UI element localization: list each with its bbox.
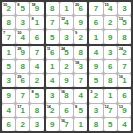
cell-r7-c2[interactable]: 7: [16, 89, 29, 102]
cell-digit: 4: [35, 63, 39, 71]
cell-r3-c8[interactable]: 9: [104, 30, 117, 43]
cell-r6-c2[interactable]: 296: [16, 74, 29, 87]
cell-r6-c8[interactable]: 8: [104, 74, 117, 87]
cell-digit: 5: [50, 34, 54, 42]
cell-r6-c1[interactable]: 3: [2, 74, 15, 87]
cell-digit: 3: [50, 92, 54, 100]
cell-r5-c8[interactable]: 6: [104, 60, 117, 73]
cell-digit: 3: [122, 5, 126, 13]
cell-r9-c2[interactable]: 2: [16, 118, 29, 131]
cell-digit: 1: [108, 92, 112, 100]
cell-digit: 9: [6, 92, 10, 100]
cell-r2-c1[interactable]: 8: [2, 16, 15, 29]
box-6: 4324296758161: [89, 46, 131, 88]
cell-digit: 7: [78, 77, 82, 85]
cell-r1-c1[interactable]: 102: [2, 2, 15, 15]
cell-digit: 3: [6, 77, 10, 85]
cell-r5-c2[interactable]: 8: [16, 60, 29, 73]
cell-digit: 7: [35, 49, 39, 57]
cell-r2-c7[interactable]: 6: [89, 16, 102, 29]
cage-sum: 24: [61, 46, 65, 51]
cell-digit: 7: [108, 107, 112, 115]
cell-digit: 2: [108, 19, 112, 27]
cell-digit: 8: [35, 107, 39, 115]
cell-digit: 3: [94, 107, 98, 115]
cell-r4-c4[interactable]: 116: [46, 46, 59, 59]
cage-sum: 15: [105, 2, 109, 7]
cage-sum: 20: [75, 2, 79, 7]
cell-digit: 1: [78, 121, 82, 129]
cell-r8-c3[interactable]: 8: [30, 104, 43, 117]
cell-r8-c9[interactable]: 139: [118, 104, 131, 117]
cell-r3-c1[interactable]: 77: [2, 30, 15, 43]
cell-digit: 1: [21, 107, 25, 115]
cell-r7-c9[interactable]: 6: [118, 89, 131, 102]
cell-r1-c2[interactable]: 85: [16, 2, 29, 15]
box-1: 102851898381771046: [2, 2, 44, 44]
cell-digit: 6: [122, 92, 126, 100]
cell-r1-c3[interactable]: 189: [30, 2, 43, 15]
cell-digit: 1: [50, 63, 54, 71]
cage-sum: 12: [105, 104, 109, 109]
cage-sum: 18: [75, 60, 79, 65]
cell-r6-c3[interactable]: 2: [30, 74, 43, 87]
box-5: 116245812183497: [46, 46, 88, 88]
cell-r4-c9[interactable]: 242: [118, 46, 131, 59]
cage-sum: 8: [31, 89, 33, 94]
cell-digit: 4: [78, 92, 82, 100]
cell-r4-c5[interactable]: 245: [60, 46, 73, 59]
cell-digit: 2: [35, 77, 39, 85]
box-9: 32163127139854: [89, 89, 131, 131]
cell-digit: 8: [78, 49, 82, 57]
cage-sum: 8: [31, 16, 33, 21]
cage-sum: 16: [61, 89, 65, 94]
cell-r7-c1[interactable]: 9: [2, 89, 15, 102]
cell-digit: 2: [94, 92, 98, 100]
cell-digit: 3: [64, 34, 68, 42]
cell-r2-c4[interactable]: 7: [46, 16, 59, 29]
cell-r1-c9[interactable]: 3: [118, 2, 131, 15]
cell-digit: 7: [21, 92, 25, 100]
cell-r9-c9[interactable]: 4: [118, 118, 131, 131]
cell-digit: 9: [78, 19, 82, 27]
cell-digit: 2: [64, 63, 68, 71]
cell-digit: 9: [35, 5, 39, 13]
cage-sum: 3: [90, 89, 92, 94]
cell-digit: 8: [108, 77, 112, 85]
cell-digit: 3: [21, 19, 25, 27]
cell-digit: 1: [35, 19, 39, 27]
cell-r9-c7[interactable]: 8: [89, 118, 102, 131]
cell-r1-c8[interactable]: 154: [104, 2, 117, 15]
cage-sum: 8: [75, 104, 77, 109]
cell-r1-c6[interactable]: 206: [74, 2, 87, 15]
cell-r7-c8[interactable]: 1: [104, 89, 117, 102]
cell-digit: 2: [78, 34, 82, 42]
cell-digit: 6: [108, 63, 112, 71]
cell-digit: 8: [6, 19, 10, 27]
cell-digit: 7: [6, 34, 10, 42]
box-7: 978541718623: [2, 89, 44, 131]
killer-sudoku-board: 1028518983817710468120671249539271543621…: [0, 0, 133, 133]
cell-r7-c7[interactable]: 32: [89, 89, 102, 102]
cell-r5-c5[interactable]: 2: [60, 60, 73, 73]
cell-r1-c5[interactable]: 1: [60, 2, 73, 15]
cell-r9-c8[interactable]: 5: [104, 118, 117, 131]
cell-digit: 3: [35, 121, 39, 129]
cell-r3-c9[interactable]: 8: [118, 30, 131, 43]
cage-sum: 11: [47, 46, 51, 51]
box-8: 3168414268591671: [46, 89, 88, 131]
cage-sum: 13: [119, 104, 123, 109]
cell-r4-c1[interactable]: 1: [2, 46, 15, 59]
cell-r6-c4[interactable]: 4: [46, 74, 59, 87]
cell-digit: 3: [108, 49, 112, 57]
cell-digit: 6: [21, 77, 25, 85]
cell-r5-c4[interactable]: 1: [46, 60, 59, 73]
cell-digit: 4: [108, 5, 112, 13]
cell-r8-c8[interactable]: 127: [104, 104, 117, 117]
cell-r1-c7[interactable]: 7: [89, 2, 102, 15]
cell-r7-c6[interactable]: 4: [74, 89, 87, 102]
cell-r4-c8[interactable]: 3: [104, 46, 117, 59]
cage-sum: 13: [119, 16, 123, 21]
cell-digit: 6: [94, 19, 98, 27]
cell-digit: 4: [50, 77, 54, 85]
cell-r4-c3[interactable]: 7: [30, 46, 43, 59]
cage-sum: 10: [3, 2, 7, 7]
cell-r2-c5[interactable]: 124: [60, 16, 73, 29]
cell-digit: 6: [64, 107, 68, 115]
cell-digit: 9: [50, 121, 54, 129]
cell-digit: 6: [35, 34, 39, 42]
cell-r8-c6[interactable]: 85: [74, 104, 87, 117]
cell-r3-c4[interactable]: 5: [46, 30, 59, 43]
cell-r6-c6[interactable]: 7: [74, 74, 87, 87]
cage-sum: 18: [31, 2, 35, 7]
box-4: 1289758432962: [2, 46, 44, 88]
cell-digit: 4: [6, 107, 10, 115]
cell-r7-c3[interactable]: 85: [30, 89, 43, 102]
cell-digit: 9: [21, 49, 25, 57]
cell-digit: 5: [6, 63, 10, 71]
cell-digit: 5: [78, 107, 82, 115]
cell-r1-c4[interactable]: 8: [46, 2, 59, 15]
cell-digit: 4: [21, 34, 25, 42]
cell-r8-c1[interactable]: 4: [2, 104, 15, 117]
cell-digit: 5: [21, 5, 25, 13]
cell-r2-c9[interactable]: 135: [118, 16, 131, 29]
cage-sum: 9: [75, 30, 77, 35]
cell-r2-c8[interactable]: 2: [104, 16, 117, 29]
cell-r9-c1[interactable]: 6: [2, 118, 15, 131]
cell-digit: 7: [94, 5, 98, 13]
cell-r5-c6[interactable]: 183: [74, 60, 87, 73]
cage-sum: 14: [47, 104, 51, 109]
cell-r9-c6[interactable]: 1: [74, 118, 87, 131]
cell-digit: 9: [64, 77, 68, 85]
cage-sum: 24: [119, 46, 123, 51]
cell-r5-c1[interactable]: 5: [2, 60, 15, 73]
cell-r6-c7[interactable]: 5: [89, 74, 102, 87]
cell-digit: 6: [50, 49, 54, 57]
cage-sum: 16: [61, 118, 65, 123]
cell-r4-c7[interactable]: 4: [89, 46, 102, 59]
cell-r8-c4[interactable]: 142: [46, 104, 59, 117]
cage-sum: 7: [3, 30, 5, 35]
cell-r6-c9[interactable]: 161: [118, 74, 131, 87]
cell-r3-c7[interactable]: 1: [89, 30, 102, 43]
cell-r5-c3[interactable]: 4: [30, 60, 43, 73]
cage-sum: 10: [17, 30, 21, 35]
box-2: 81206712495392: [46, 2, 88, 44]
cell-r5-c7[interactable]: 9: [89, 60, 102, 73]
cage-sum: 8: [17, 2, 19, 7]
cell-digit: 4: [94, 49, 98, 57]
cell-digit: 7: [50, 19, 54, 27]
cage-sum: 29: [17, 74, 21, 79]
cell-r8-c7[interactable]: 3: [89, 104, 102, 117]
cell-digit: 8: [50, 5, 54, 13]
cell-r2-c2[interactable]: 3: [16, 16, 29, 29]
cell-digit: 8: [122, 34, 126, 42]
cell-r7-c5[interactable]: 168: [60, 89, 73, 102]
cell-digit: 6: [6, 121, 10, 129]
cell-r5-c9[interactable]: 7: [118, 60, 131, 73]
cell-r9-c4[interactable]: 9: [46, 118, 59, 131]
cell-r8-c5[interactable]: 6: [60, 104, 73, 117]
cell-digit: 5: [35, 92, 39, 100]
cell-r8-c2[interactable]: 171: [16, 104, 29, 117]
cell-digit: 6: [78, 5, 82, 13]
cell-digit: 2: [6, 5, 10, 13]
cell-r7-c4[interactable]: 3: [46, 89, 59, 102]
cell-r6-c5[interactable]: 9: [60, 74, 73, 87]
box-3: 7154362135198: [89, 2, 131, 44]
cell-r2-c6[interactable]: 9: [74, 16, 87, 29]
cell-digit: 4: [122, 121, 126, 129]
cell-r2-c3[interactable]: 81: [30, 16, 43, 29]
cell-digit: 8: [94, 121, 98, 129]
cell-digit: 5: [94, 77, 98, 85]
cell-r9-c5[interactable]: 167: [60, 118, 73, 131]
cell-digit: 1: [94, 34, 98, 42]
cage-sum: 16: [119, 74, 123, 79]
cell-r4-c6[interactable]: 8: [74, 46, 87, 59]
cell-digit: 2: [21, 121, 25, 129]
cell-digit: 9: [94, 63, 98, 71]
cell-digit: 9: [108, 34, 112, 42]
cell-r3-c5[interactable]: 3: [60, 30, 73, 43]
cell-digit: 8: [21, 63, 25, 71]
cell-digit: 1: [64, 5, 68, 13]
cell-r9-c3[interactable]: 3: [30, 118, 43, 131]
cage-sum: 28: [17, 46, 21, 51]
cell-r3-c2[interactable]: 104: [16, 30, 29, 43]
cage-sum: 17: [17, 104, 21, 109]
cell-digit: 5: [108, 121, 112, 129]
cell-r3-c6[interactable]: 92: [74, 30, 87, 43]
cell-r3-c3[interactable]: 6: [30, 30, 43, 43]
cell-digit: 7: [122, 63, 126, 71]
cell-digit: 1: [6, 49, 10, 57]
cell-digit: 3: [78, 63, 82, 71]
cell-r4-c2[interactable]: 289: [16, 46, 29, 59]
cage-sum: 12: [61, 16, 65, 21]
